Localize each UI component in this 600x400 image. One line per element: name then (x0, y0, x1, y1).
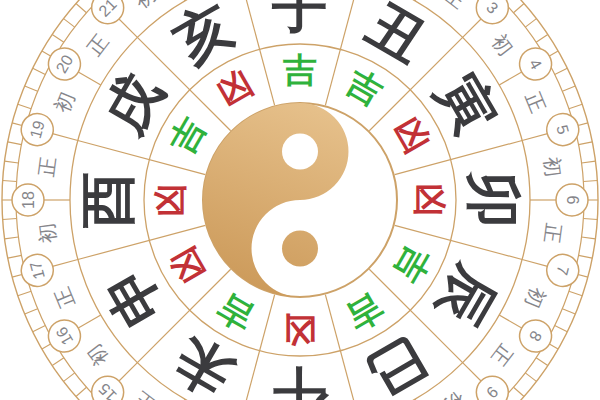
tick-cell (525, 373, 536, 382)
tick-cell (8, 142, 22, 145)
half-hour-label: 正 (35, 155, 59, 178)
tick-cell (555, 68, 568, 74)
luck-label: 凶 (388, 111, 438, 159)
zodiac-branch-label: 巳 (357, 326, 437, 400)
tick-cell (583, 181, 597, 182)
half-hour-label: 初 (541, 155, 565, 178)
tick-cell (76, 387, 87, 396)
zodiac-branch-label: 午 (272, 362, 330, 400)
luck-label: 吉 (211, 288, 259, 338)
half-hour-label: 初 (487, 30, 517, 59)
luck-label: 吉 (283, 51, 317, 89)
tick-cell (5, 161, 19, 163)
tick-cell (562, 309, 575, 314)
wheel-root: 01234567891011121314151617181920212223正初… (2, 0, 598, 400)
tick-cell (5, 237, 19, 239)
half-hour-label: 正 (522, 89, 550, 116)
tick-cell (33, 68, 46, 74)
tick-cell (52, 34, 64, 42)
half-hour-label: 正 (83, 30, 113, 59)
luck-label: 凶 (283, 311, 317, 349)
tick-cell (582, 237, 596, 239)
half-hour-label: 初 (441, 387, 470, 400)
tick-cell (582, 161, 596, 163)
fortune-wheel-image: 01234567891011121314151617181920212223正初… (0, 0, 600, 400)
half-hour-label: 正 (130, 387, 159, 400)
tick-cell (525, 19, 536, 28)
zodiac-branch-label: 寅 (426, 64, 509, 144)
tick-cell (64, 373, 75, 382)
tick-cell (25, 309, 38, 314)
luck-label: 吉 (388, 241, 438, 289)
tick-cell (579, 255, 593, 258)
tick-cell (25, 86, 38, 91)
half-hour-label: 正 (541, 222, 565, 245)
half-hour-label: 初 (50, 89, 78, 116)
half-hour-label: 初 (522, 284, 550, 311)
tick-cell (569, 104, 582, 109)
half-hour-separator (415, 0, 431, 1)
half-hour-label: 正 (487, 341, 517, 370)
zodiac-branch-label: 辰 (426, 255, 510, 337)
half-hour-label: 初 (130, 0, 159, 13)
tick-cell (562, 86, 575, 91)
zodiac-branch-label: 未 (164, 326, 245, 400)
tick-cell (583, 219, 597, 220)
zodiac-branch-label: 丑 (357, 0, 437, 74)
luck-label: 凶 (162, 241, 212, 289)
tick-cell (18, 104, 31, 109)
luck-label: 吉 (341, 62, 389, 112)
luck-label: 凶 (211, 62, 259, 112)
tick-cell (3, 219, 17, 220)
luck-label: 吉 (341, 288, 389, 338)
half-hour-separator (169, 0, 185, 1)
luck-label: 吉 (162, 111, 212, 159)
tick-cell (536, 34, 548, 42)
zodiac-branch-label: 子 (271, 0, 328, 39)
zodiac-branch-label: 酉 (76, 172, 139, 229)
tick-cell (514, 4, 525, 13)
hour-number: 18 (20, 191, 37, 209)
tick-cell (18, 291, 31, 296)
luck-label: 凶 (151, 183, 189, 217)
tick-cell (76, 4, 87, 13)
zodiac-branch-label: 卯 (462, 171, 525, 228)
tick-cell (8, 255, 22, 258)
tick-cell (536, 358, 548, 366)
zodiac-branch-label: 申 (92, 257, 175, 337)
tick-cell (555, 326, 568, 332)
zodiac-branch-label: 亥 (163, 0, 244, 75)
tick-cell (64, 19, 75, 28)
tick-cell (514, 387, 525, 396)
tick-cell (52, 358, 64, 366)
yinyang-gold-dot (282, 231, 318, 267)
half-hour-label: 正 (50, 284, 78, 311)
half-hour-label: 初 (35, 222, 59, 245)
luck-label: 凶 (411, 183, 449, 217)
yinyang-white-dot (282, 134, 318, 170)
hour-number: 6 (564, 196, 581, 205)
half-hour-label: 正 (441, 0, 470, 13)
tick-cell (569, 291, 582, 296)
tick-cell (3, 181, 17, 182)
tick-cell (579, 142, 593, 145)
tick-cell (33, 326, 46, 332)
zodiac-wheel: 01234567891011121314151617181920212223正初… (0, 0, 600, 400)
zodiac-branch-label: 戌 (91, 64, 174, 145)
half-hour-label: 初 (83, 341, 113, 370)
